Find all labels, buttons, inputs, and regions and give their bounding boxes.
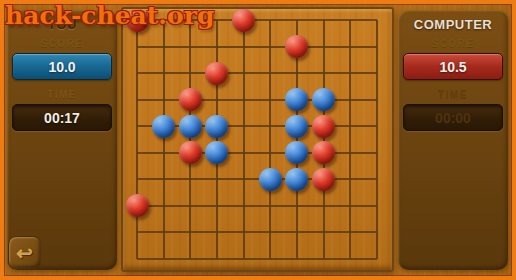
computer-time-label: TIME [398,89,508,100]
you-time-box: 00:17 [12,104,112,131]
stone-red [179,88,202,111]
stone-red [205,62,228,85]
stone-blue [285,141,308,164]
undo-button[interactable]: ↩ [8,236,41,269]
player-panel-computer: COMPUTER SCORE 10.5 TIME 00:00 [398,10,508,270]
grid-line-vertical [349,20,351,259]
grid-line-vertical [376,20,378,259]
player-title-you: YOU [7,17,117,32]
grid-line-horizontal [137,152,377,154]
grid-line-horizontal [137,72,377,74]
computer-score-value: 10.5 [403,53,503,80]
stone-red [126,9,149,32]
stone-red [312,141,335,164]
grid-line-vertical [243,20,245,259]
grid-line-horizontal [137,205,377,207]
stone-blue [205,141,228,164]
grid-line-horizontal [137,231,377,233]
computer-time-value: 00:00 [435,110,471,126]
you-time-value: 00:17 [44,110,80,126]
grid-line-vertical [269,20,271,259]
player-panel-you: YOU SCORE 10.0 TIME 00:17 ↩ [7,10,117,270]
stone-blue [285,88,308,111]
board-grid[interactable] [137,20,377,259]
stone-blue [285,115,308,138]
you-score-value: 10.0 [12,53,112,80]
computer-score-label: SCORE [398,38,508,49]
game-board[interactable] [121,7,394,272]
stone-red [126,194,149,217]
grid-line-horizontal [137,19,377,21]
grid-line-horizontal [137,46,377,48]
stone-red [312,115,335,138]
grid-line-vertical [216,20,218,259]
stone-red [232,9,255,32]
stone-blue [179,115,202,138]
grid-line-vertical [189,20,191,259]
grid-line-horizontal [137,178,377,180]
computer-time-box: 00:00 [403,104,503,131]
you-time-label: TIME [7,89,117,100]
stone-red [312,168,335,191]
grid-line-vertical [136,20,138,259]
grid-line-horizontal [137,99,377,101]
game-screen: YOU SCORE 10.0 TIME 00:17 ↩ COMPUTER SCO… [0,0,516,280]
grid-line-vertical [323,20,325,259]
stone-blue [152,115,175,138]
stone-blue [312,88,335,111]
player-title-computer: COMPUTER [398,17,508,32]
undo-arrow-icon: ↩ [16,242,33,264]
stone-red [285,35,308,58]
stone-blue [259,168,282,191]
grid-line-vertical [163,20,165,259]
stone-red [179,141,202,164]
stone-blue [285,168,308,191]
stone-blue [205,115,228,138]
grid-line-horizontal [137,258,377,260]
you-score-label: SCORE [7,38,117,49]
